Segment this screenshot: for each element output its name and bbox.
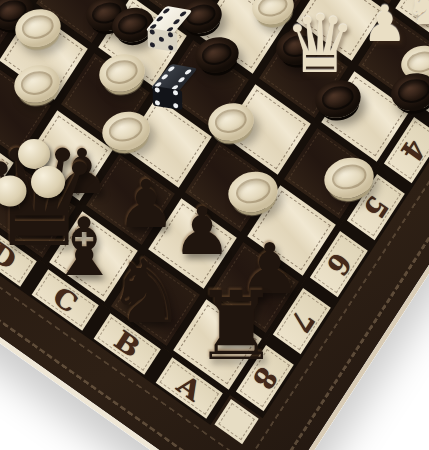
die-pip — [159, 37, 164, 43]
black-pawn: ♟ — [116, 172, 175, 238]
die-pip — [168, 44, 173, 50]
white-die — [147, 8, 187, 56]
white-knight: ♞ — [405, 0, 429, 31]
photo-scene: HGFEDCBA 12345678 ♜♞♝♛♟♟♟♟♛♟♞ — [0, 0, 429, 450]
pieces-layer: ♜♞♝♛♟♟♟♟♛♟♞ — [0, 0, 429, 450]
die-pip — [173, 102, 178, 108]
die-face-4 — [153, 86, 183, 110]
light-checker — [95, 49, 149, 96]
die-pip — [155, 100, 160, 106]
die-pip — [168, 32, 173, 38]
die-pip — [149, 29, 154, 35]
die-pip — [156, 15, 165, 21]
black-rook: ♜ — [193, 279, 278, 374]
white-pawn-top — [18, 139, 50, 169]
die-pip — [161, 73, 170, 79]
black-die — [152, 66, 192, 114]
white-pawn: ♟ — [363, 0, 408, 49]
white-queen: ♛ — [284, 5, 356, 85]
light-checker — [224, 167, 282, 218]
dark-checker — [387, 68, 429, 115]
die-face-5 — [148, 28, 178, 52]
die-pip — [150, 42, 155, 48]
die-pip — [179, 11, 188, 17]
die-pip — [173, 18, 182, 24]
die-pip — [184, 69, 193, 75]
white-pawn-top — [31, 166, 65, 198]
die-pip — [167, 66, 176, 72]
die-pip — [173, 90, 178, 96]
light-checker — [10, 60, 64, 107]
die-pip — [162, 8, 171, 14]
light-checker — [320, 153, 378, 204]
light-checker — [204, 98, 258, 145]
black-knight: ♞ — [107, 248, 186, 336]
die-pip — [154, 87, 159, 93]
dark-checker — [191, 33, 242, 78]
die-pip — [178, 76, 187, 82]
